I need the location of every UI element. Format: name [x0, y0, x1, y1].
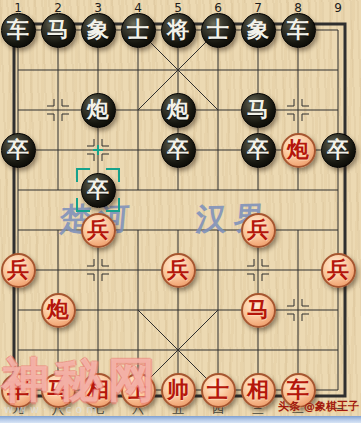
piece-black-rook[interactable]: 车 [281, 13, 316, 48]
piece-red-king[interactable]: 帅 [161, 373, 196, 408]
piece-red-pawn[interactable]: 兵 [161, 253, 196, 288]
piece-red-cannon[interactable]: 炮 [281, 133, 316, 168]
piece-red-elephant[interactable]: 相 [241, 373, 276, 408]
piece-black-king[interactable]: 将 [161, 13, 196, 48]
board-grid [0, 0, 361, 423]
piece-red-pawn[interactable]: 兵 [241, 213, 276, 248]
piece-red-cannon[interactable]: 炮 [41, 293, 76, 328]
piece-black-rook[interactable]: 车 [1, 13, 36, 48]
piece-red-pawn[interactable]: 兵 [1, 253, 36, 288]
piece-red-advisor[interactable]: 士 [121, 373, 156, 408]
piece-black-cannon[interactable]: 炮 [161, 93, 196, 128]
piece-black-elephant[interactable]: 象 [81, 13, 116, 48]
piece-black-horse[interactable]: 马 [241, 93, 276, 128]
piece-red-elephant[interactable]: 相 [81, 373, 116, 408]
xiangqi-app: 123456789 九八七六五四三二一 楚河 汉界 车马象士将士象车炮炮马卒卒卒… [0, 0, 361, 423]
piece-black-pawn[interactable]: 卒 [241, 133, 276, 168]
piece-red-horse[interactable]: 马 [241, 293, 276, 328]
piece-black-horse[interactable]: 马 [41, 13, 76, 48]
piece-black-pawn[interactable]: 卒 [81, 173, 116, 208]
piece-red-pawn[interactable]: 兵 [321, 253, 356, 288]
piece-red-pawn[interactable]: 兵 [81, 213, 116, 248]
piece-red-horse[interactable]: 马 [41, 373, 76, 408]
piece-black-pawn[interactable]: 卒 [321, 133, 356, 168]
piece-red-advisor[interactable]: 士 [201, 373, 236, 408]
piece-red-rook[interactable]: 车 [1, 373, 36, 408]
file-label-top: 9 [328, 1, 348, 15]
piece-black-cannon[interactable]: 炮 [81, 93, 116, 128]
piece-black-elephant[interactable]: 象 [241, 13, 276, 48]
piece-black-advisor[interactable]: 士 [121, 13, 156, 48]
piece-black-pawn[interactable]: 卒 [1, 133, 36, 168]
piece-red-rook[interactable]: 车 [281, 373, 316, 408]
piece-black-pawn[interactable]: 卒 [161, 133, 196, 168]
window-edge-strip [0, 416, 361, 423]
piece-black-advisor[interactable]: 士 [201, 13, 236, 48]
